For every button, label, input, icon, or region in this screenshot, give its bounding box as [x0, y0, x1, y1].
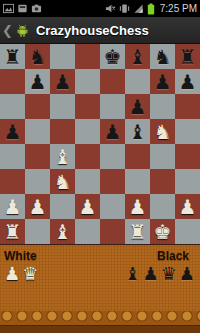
signal-strength-icon — [133, 3, 144, 14]
piece-black-knight[interactable]: ♞ — [29, 47, 47, 67]
piece-black-knight[interactable]: ♞ — [154, 47, 172, 67]
square-e2[interactable] — [100, 194, 125, 219]
square-e6[interactable] — [100, 94, 125, 119]
piece-black-pawn[interactable]: ♟ — [154, 72, 172, 92]
system-status-icons: 7:25 PM — [105, 3, 197, 15]
square-g1[interactable]: ♚ — [150, 219, 175, 244]
square-d8[interactable] — [75, 44, 100, 69]
piece-black-bishop[interactable]: ♝ — [129, 47, 147, 67]
square-d4[interactable] — [75, 144, 100, 169]
status-bar: 7:25 PM — [0, 0, 200, 17]
piece-white-rook[interactable]: ♜ — [129, 222, 147, 242]
piece-white-king[interactable]: ♚ — [154, 222, 172, 242]
square-a7[interactable] — [0, 69, 25, 94]
square-g7[interactable]: ♟ — [150, 69, 175, 94]
square-c5[interactable] — [50, 119, 75, 144]
square-c2[interactable] — [50, 194, 75, 219]
white-pocket-label: White — [4, 249, 38, 263]
pocket-piece-black-queen[interactable]: ♛ — [161, 264, 177, 284]
square-e5[interactable]: ♟ — [100, 119, 125, 144]
square-c1[interactable]: ♝ — [50, 219, 75, 244]
square-b4[interactable] — [25, 144, 50, 169]
square-c4[interactable]: ♝ — [50, 144, 75, 169]
pocket-piece-white-queen[interactable]: ♛ — [22, 264, 38, 284]
square-a6[interactable] — [0, 94, 25, 119]
piece-white-rook[interactable]: ♜ — [4, 222, 22, 242]
square-h6[interactable] — [175, 94, 200, 119]
piece-black-bishop[interactable]: ♝ — [129, 122, 147, 142]
square-e8[interactable]: ♚ — [100, 44, 125, 69]
piece-black-pawn[interactable]: ♟ — [54, 72, 72, 92]
pocket-piece-black-pawn[interactable]: ♟ — [143, 264, 159, 284]
piece-black-pawn[interactable]: ♟ — [4, 122, 22, 142]
square-h7[interactable]: ♟ — [175, 69, 200, 94]
square-b6[interactable] — [25, 94, 50, 119]
piece-black-rook[interactable]: ♜ — [4, 47, 22, 67]
square-g8[interactable]: ♞ — [150, 44, 175, 69]
square-h1[interactable] — [175, 219, 200, 244]
square-g2[interactable] — [150, 194, 175, 219]
piece-white-pawn[interactable]: ♟ — [4, 197, 22, 217]
mute-icon — [105, 3, 116, 14]
storage-icon — [17, 3, 28, 14]
square-b3[interactable] — [25, 169, 50, 194]
black-pocket-label: Black — [157, 249, 189, 263]
square-h3[interactable] — [175, 169, 200, 194]
white-pocket-pieces: ♟♛ — [4, 264, 38, 284]
camera-icon — [31, 3, 42, 14]
square-f1[interactable]: ♜ — [125, 219, 150, 244]
square-d2[interactable]: ♟ — [75, 194, 100, 219]
white-pocket: White ♟♛ — [4, 249, 38, 284]
piece-black-rook[interactable]: ♜ — [179, 47, 197, 67]
vibrate-icon — [119, 3, 130, 14]
square-c6[interactable] — [50, 94, 75, 119]
square-h4[interactable] — [175, 144, 200, 169]
black-pocket-pieces: ♝♟♛♟ — [124, 264, 195, 284]
square-a5[interactable]: ♟ — [0, 119, 25, 144]
square-c7[interactable]: ♟ — [50, 69, 75, 94]
square-d5[interactable] — [75, 119, 100, 144]
square-b7[interactable]: ♟ — [25, 69, 50, 94]
square-f2[interactable]: ♟ — [125, 194, 150, 219]
piece-black-pawn[interactable]: ♟ — [179, 72, 197, 92]
piece-white-pawn[interactable]: ♟ — [79, 197, 97, 217]
notification-icons — [3, 3, 42, 14]
chess-board[interactable]: ♜♞♚♝♞♜♟♟♟♟♟♟♟♝♞♝♞♟♟♟♟♟♜♝♜♚ — [0, 44, 200, 245]
square-d3[interactable] — [75, 169, 100, 194]
square-e7[interactable] — [100, 69, 125, 94]
square-a4[interactable] — [0, 144, 25, 169]
square-f4[interactable] — [125, 144, 150, 169]
app-title: CrazyhouseChess — [36, 23, 149, 38]
piece-black-king[interactable]: ♚ — [104, 47, 122, 67]
square-f3[interactable] — [125, 169, 150, 194]
square-f6[interactable]: ♟ — [125, 94, 150, 119]
square-e4[interactable] — [100, 144, 125, 169]
gallery-icon — [3, 3, 14, 14]
piece-black-pawn[interactable]: ♟ — [104, 122, 122, 142]
android-robot-icon — [14, 21, 32, 39]
piece-white-knight[interactable]: ♞ — [54, 172, 72, 192]
pocket-area: White ♟♛ Black ♝♟♛♟ — [0, 245, 200, 333]
square-g6[interactable] — [150, 94, 175, 119]
black-pocket: Black ♝♟♛♟ — [124, 249, 195, 284]
clock: 7:25 PM — [160, 3, 197, 14]
square-f5[interactable]: ♝ — [125, 119, 150, 144]
square-h2[interactable]: ♟ — [175, 194, 200, 219]
piece-white-bishop[interactable]: ♝ — [54, 147, 72, 167]
square-g3[interactable] — [150, 169, 175, 194]
square-b2[interactable]: ♟ — [25, 194, 50, 219]
square-d6[interactable] — [75, 94, 100, 119]
piece-white-pawn[interactable]: ♟ — [29, 197, 47, 217]
piece-white-pawn[interactable]: ♟ — [129, 197, 147, 217]
square-h5[interactable] — [175, 119, 200, 144]
square-e3[interactable] — [100, 169, 125, 194]
square-f8[interactable]: ♝ — [125, 44, 150, 69]
square-g5[interactable]: ♞ — [150, 119, 175, 144]
square-d7[interactable] — [75, 69, 100, 94]
square-h8[interactable]: ♜ — [175, 44, 200, 69]
back-chevron-icon[interactable]: ❮ — [2, 17, 13, 44]
square-a2[interactable]: ♟ — [0, 194, 25, 219]
pocket-piece-black-pawn[interactable]: ♟ — [179, 264, 195, 284]
square-b8[interactable]: ♞ — [25, 44, 50, 69]
square-b1[interactable] — [25, 219, 50, 244]
square-a1[interactable]: ♜ — [0, 219, 25, 244]
square-b5[interactable] — [25, 119, 50, 144]
pocket-piece-black-bishop[interactable]: ♝ — [124, 264, 140, 284]
action-bar: ❮ CrazyhouseChess — [0, 17, 200, 44]
square-f7[interactable] — [125, 69, 150, 94]
square-a3[interactable] — [0, 169, 25, 194]
pocket-piece-white-pawn[interactable]: ♟ — [4, 264, 20, 284]
square-g4[interactable] — [150, 144, 175, 169]
bottom-edge-strip — [0, 325, 200, 333]
piece-white-bishop[interactable]: ♝ — [54, 222, 72, 242]
piece-black-pawn[interactable]: ♟ — [29, 72, 47, 92]
battery-icon — [147, 3, 155, 15]
phone-screen: 7:25 PM ❮ CrazyhouseChess ♜♞♚♝♞♜♟♟♟♟♟♟♟♝… — [0, 0, 200, 333]
square-a8[interactable]: ♜ — [0, 44, 25, 69]
carved-trim-decoration — [0, 311, 200, 325]
square-c3[interactable]: ♞ — [50, 169, 75, 194]
piece-white-pawn[interactable]: ♟ — [179, 197, 197, 217]
square-e1[interactable] — [100, 219, 125, 244]
square-d1[interactable] — [75, 219, 100, 244]
piece-black-pawn[interactable]: ♟ — [129, 97, 147, 117]
square-c8[interactable] — [50, 44, 75, 69]
piece-white-knight[interactable]: ♞ — [154, 122, 172, 142]
